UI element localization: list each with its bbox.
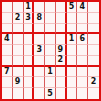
sudoku-cell[interactable]: [2, 56, 13, 67]
sudoku-cell[interactable]: [56, 2, 67, 13]
given-digit: 1: [25, 3, 31, 11]
sudoku-cell[interactable]: [34, 24, 45, 35]
sudoku-cell[interactable]: 1: [67, 34, 78, 45]
sudoku-cell[interactable]: [13, 45, 24, 56]
sudoku-cell[interactable]: [34, 77, 45, 88]
sudoku-cell[interactable]: [67, 88, 78, 99]
sudoku-cell[interactable]: [88, 45, 99, 56]
sudoku-cell[interactable]: [45, 13, 56, 24]
given-digit: 1: [47, 68, 53, 76]
sudoku-cell[interactable]: [2, 2, 13, 13]
sudoku-cell[interactable]: 2: [56, 56, 67, 67]
sudoku-cell[interactable]: [88, 67, 99, 78]
sudoku-cell[interactable]: [34, 56, 45, 67]
sudoku-cell[interactable]: [88, 34, 99, 45]
sudoku-cell[interactable]: [24, 45, 35, 56]
given-digit: 3: [36, 46, 42, 54]
sudoku-cell[interactable]: 6: [77, 34, 88, 45]
sudoku-cell[interactable]: [56, 24, 67, 35]
sudoku-cell[interactable]: [24, 34, 35, 45]
given-digit: 5: [69, 3, 75, 11]
sudoku-cell[interactable]: 2: [88, 77, 99, 88]
sudoku-cell[interactable]: [13, 88, 24, 99]
sudoku-cell[interactable]: [67, 45, 78, 56]
sudoku-cell[interactable]: [45, 56, 56, 67]
sudoku-cell[interactable]: 4: [2, 34, 13, 45]
sudoku-cell[interactable]: [56, 34, 67, 45]
sudoku-cell[interactable]: [77, 24, 88, 35]
given-digit: 2: [57, 56, 63, 64]
sudoku-cell[interactable]: [13, 67, 24, 78]
sudoku-cell[interactable]: [45, 24, 56, 35]
sudoku-cell[interactable]: [34, 88, 45, 99]
sudoku-cell[interactable]: [45, 34, 56, 45]
sudoku-cell[interactable]: [67, 13, 78, 24]
sudoku-cell[interactable]: [77, 77, 88, 88]
sudoku-cell[interactable]: 2: [13, 13, 24, 24]
sudoku-cell[interactable]: 7: [2, 67, 13, 78]
sudoku-cell[interactable]: 1: [24, 2, 35, 13]
sudoku-cell[interactable]: [2, 77, 13, 88]
sudoku-cell[interactable]: [56, 13, 67, 24]
given-digit: 1: [69, 35, 75, 43]
given-digit: 9: [57, 46, 63, 54]
sudoku-cell[interactable]: [24, 56, 35, 67]
sudoku-cell[interactable]: [56, 88, 67, 99]
sudoku-cell[interactable]: [45, 77, 56, 88]
sudoku-cell[interactable]: [2, 88, 13, 99]
sudoku-cell[interactable]: [56, 67, 67, 78]
sudoku-cell[interactable]: [24, 88, 35, 99]
sudoku-cell[interactable]: [45, 2, 56, 13]
given-digit: 7: [4, 68, 10, 76]
given-digit: 2: [91, 78, 97, 86]
given-digit: 9: [15, 78, 21, 86]
given-digit: 4: [80, 3, 86, 11]
sudoku-cell[interactable]: [88, 88, 99, 99]
sudoku-cell[interactable]: [88, 56, 99, 67]
sudoku-cell[interactable]: [67, 77, 78, 88]
sudoku-cell[interactable]: [67, 24, 78, 35]
sudoku-cell[interactable]: 4: [77, 2, 88, 13]
sudoku-cell[interactable]: [77, 45, 88, 56]
sudoku-cell[interactable]: [77, 67, 88, 78]
sudoku-cell[interactable]: [67, 67, 78, 78]
sudoku-cell[interactable]: 8: [34, 13, 45, 24]
sudoku-cell[interactable]: [13, 56, 24, 67]
given-digit: 2: [15, 14, 21, 22]
sudoku-cell[interactable]: [77, 56, 88, 67]
sudoku-cell[interactable]: 5: [45, 88, 56, 99]
sudoku-cell[interactable]: 3: [24, 13, 35, 24]
sudoku-cell[interactable]: [67, 56, 78, 67]
sudoku-cell[interactable]: [13, 34, 24, 45]
sudoku-cell[interactable]: [2, 24, 13, 35]
sudoku-cell[interactable]: [34, 34, 45, 45]
sudoku-cell[interactable]: [88, 13, 99, 24]
sudoku-cell[interactable]: 3: [34, 45, 45, 56]
sudoku-cell[interactable]: [88, 24, 99, 35]
sudoku-cell[interactable]: 1: [45, 67, 56, 78]
sudoku-cell[interactable]: [24, 77, 35, 88]
sudoku-cell[interactable]: [77, 88, 88, 99]
given-digit: 3: [25, 14, 31, 22]
given-digit: 4: [4, 35, 10, 43]
sudoku-cell[interactable]: [88, 2, 99, 13]
sudoku-cell[interactable]: 5: [67, 2, 78, 13]
sudoku-cell[interactable]: [2, 45, 13, 56]
sudoku-cell[interactable]: [77, 13, 88, 24]
sudoku-cell[interactable]: [24, 67, 35, 78]
sudoku-cell[interactable]: [2, 13, 13, 24]
given-digit: 5: [47, 90, 53, 98]
sudoku-cell[interactable]: 9: [13, 77, 24, 88]
sudoku-cell[interactable]: [45, 45, 56, 56]
sudoku-cell[interactable]: 9: [56, 45, 67, 56]
given-digit: 8: [36, 14, 42, 22]
sudoku-cell[interactable]: [56, 77, 67, 88]
sudoku-cell[interactable]: [13, 24, 24, 35]
sudoku-cell[interactable]: [34, 2, 45, 13]
given-digit: 6: [80, 35, 86, 43]
sudoku-cell[interactable]: [34, 67, 45, 78]
sudoku-cell[interactable]: [13, 2, 24, 13]
sudoku-board: 15423841639271925: [0, 0, 101, 101]
sudoku-cell[interactable]: [24, 24, 35, 35]
